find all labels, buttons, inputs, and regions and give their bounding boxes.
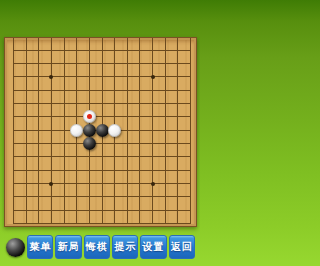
back-button[interactable]: 返回 xyxy=(169,235,195,259)
grid-line-vertical xyxy=(177,37,178,224)
grid-line-horizontal xyxy=(13,210,191,211)
stone-black xyxy=(96,124,109,137)
stone-black xyxy=(83,137,96,150)
settings-button[interactable]: 设置 xyxy=(140,235,166,259)
star-point xyxy=(151,182,155,186)
grid-line-vertical xyxy=(190,37,191,224)
hint-button[interactable]: 提示 xyxy=(112,235,138,259)
star-point xyxy=(49,75,53,79)
stone-white xyxy=(70,124,83,137)
star-point xyxy=(151,75,155,79)
grid-line-horizontal xyxy=(13,196,191,197)
undo-button[interactable]: 悔棋 xyxy=(84,235,110,259)
menu-button[interactable]: 菜单 xyxy=(27,235,53,259)
stone-black xyxy=(83,124,96,137)
last-move-marker xyxy=(87,114,92,119)
toolbar: 菜单新局悔棋提示设置返回 xyxy=(27,235,195,259)
turn-indicator-black-stone xyxy=(6,238,25,257)
grid-line-horizontal xyxy=(13,223,191,224)
stone-white xyxy=(83,110,96,123)
stone-white xyxy=(108,124,121,137)
new-game-button[interactable]: 新局 xyxy=(55,235,81,259)
gomoku-board[interactable] xyxy=(4,37,197,227)
